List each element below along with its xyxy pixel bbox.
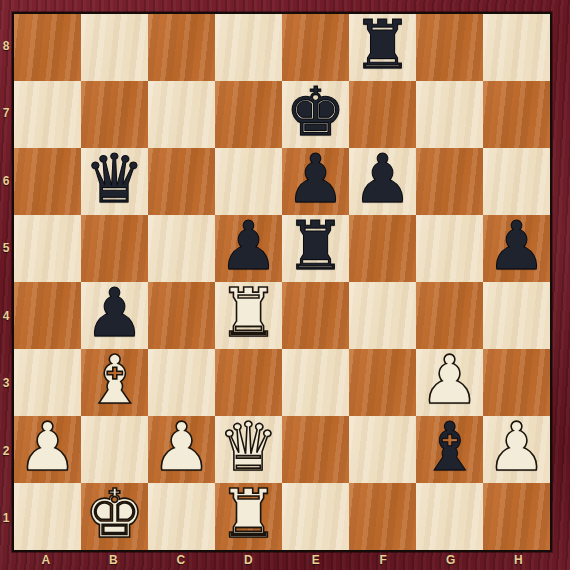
white-pawn-a2[interactable]: ♟ [17, 414, 77, 481]
square-h5[interactable]: ♟ [483, 215, 550, 282]
square-f7[interactable] [349, 81, 416, 148]
square-a3[interactable] [14, 349, 81, 416]
square-b5[interactable] [81, 215, 148, 282]
square-c6[interactable] [148, 148, 215, 215]
square-c1[interactable] [148, 483, 215, 550]
square-e3[interactable] [282, 349, 349, 416]
square-d7[interactable] [215, 81, 282, 148]
file-label-c: C [147, 550, 215, 570]
black-pawn-b4[interactable]: ♟ [84, 280, 144, 347]
square-g6[interactable] [416, 148, 483, 215]
square-f1[interactable] [349, 483, 416, 550]
square-d3[interactable] [215, 349, 282, 416]
rank-label-6: 6 [0, 147, 12, 215]
square-f4[interactable] [349, 282, 416, 349]
chess-board-frame: 87654321 ♜♚♛♟♟♟♜♟♟♜♝♟♟♟♛♝♟♚♜ ABCDEFGH [0, 0, 570, 570]
square-a8[interactable] [14, 14, 81, 81]
white-pawn-h2[interactable]: ♟ [486, 414, 546, 481]
square-b7[interactable] [81, 81, 148, 148]
rank-label-3: 3 [0, 350, 12, 418]
square-e1[interactable] [282, 483, 349, 550]
square-g2[interactable]: ♝ [416, 416, 483, 483]
square-d1[interactable]: ♜ [215, 483, 282, 550]
square-f3[interactable] [349, 349, 416, 416]
white-rook-d4[interactable]: ♜ [218, 280, 278, 347]
square-a7[interactable] [14, 81, 81, 148]
square-d8[interactable] [215, 14, 282, 81]
black-pawn-f6[interactable]: ♟ [352, 146, 412, 213]
square-e6[interactable]: ♟ [282, 148, 349, 215]
chess-board: ♜♚♛♟♟♟♜♟♟♜♝♟♟♟♛♝♟♚♜ [12, 12, 552, 552]
square-h2[interactable]: ♟ [483, 416, 550, 483]
black-king-e7[interactable]: ♚ [285, 79, 345, 146]
white-pawn-c2[interactable]: ♟ [151, 414, 211, 481]
square-c8[interactable] [148, 14, 215, 81]
file-label-h: H [485, 550, 553, 570]
square-g5[interactable] [416, 215, 483, 282]
square-a4[interactable] [14, 282, 81, 349]
square-b4[interactable]: ♟ [81, 282, 148, 349]
square-d6[interactable] [215, 148, 282, 215]
rank-label-4: 4 [0, 282, 12, 350]
file-labels: ABCDEFGH [12, 550, 552, 570]
square-e4[interactable] [282, 282, 349, 349]
black-pawn-h5[interactable]: ♟ [486, 213, 546, 280]
square-a5[interactable] [14, 215, 81, 282]
square-b8[interactable] [81, 14, 148, 81]
square-b6[interactable]: ♛ [81, 148, 148, 215]
square-c3[interactable] [148, 349, 215, 416]
square-e8[interactable] [282, 14, 349, 81]
black-pawn-e6[interactable]: ♟ [285, 146, 345, 213]
black-rook-e5[interactable]: ♜ [285, 213, 345, 280]
square-g4[interactable] [416, 282, 483, 349]
square-b1[interactable]: ♚ [81, 483, 148, 550]
black-queen-b6[interactable]: ♛ [84, 146, 144, 213]
white-rook-d1[interactable]: ♜ [218, 481, 278, 548]
square-e7[interactable]: ♚ [282, 81, 349, 148]
file-label-d: D [215, 550, 283, 570]
square-f8[interactable]: ♜ [349, 14, 416, 81]
square-g3[interactable]: ♟ [416, 349, 483, 416]
white-bishop-b3[interactable]: ♝ [84, 347, 144, 414]
square-c4[interactable] [148, 282, 215, 349]
file-label-a: A [12, 550, 80, 570]
rank-label-1: 1 [0, 485, 12, 553]
square-f2[interactable] [349, 416, 416, 483]
black-bishop-g2[interactable]: ♝ [419, 414, 479, 481]
square-d5[interactable]: ♟ [215, 215, 282, 282]
rank-label-8: 8 [0, 12, 12, 80]
rank-label-7: 7 [0, 80, 12, 148]
square-g8[interactable] [416, 14, 483, 81]
rank-label-5: 5 [0, 215, 12, 283]
white-pawn-g3[interactable]: ♟ [419, 347, 479, 414]
square-e2[interactable] [282, 416, 349, 483]
square-h4[interactable] [483, 282, 550, 349]
square-c7[interactable] [148, 81, 215, 148]
square-h1[interactable] [483, 483, 550, 550]
square-h7[interactable] [483, 81, 550, 148]
file-label-f: F [350, 550, 418, 570]
file-label-b: B [80, 550, 148, 570]
square-d4[interactable]: ♜ [215, 282, 282, 349]
square-f5[interactable] [349, 215, 416, 282]
square-d2[interactable]: ♛ [215, 416, 282, 483]
square-f6[interactable]: ♟ [349, 148, 416, 215]
square-c2[interactable]: ♟ [148, 416, 215, 483]
square-e5[interactable]: ♜ [282, 215, 349, 282]
square-g1[interactable] [416, 483, 483, 550]
rank-labels: 87654321 [0, 12, 12, 552]
square-h6[interactable] [483, 148, 550, 215]
white-king-b1[interactable]: ♚ [84, 481, 144, 548]
square-b3[interactable]: ♝ [81, 349, 148, 416]
square-h8[interactable] [483, 14, 550, 81]
square-a6[interactable] [14, 148, 81, 215]
square-g7[interactable] [416, 81, 483, 148]
file-label-g: G [417, 550, 485, 570]
square-c5[interactable] [148, 215, 215, 282]
rank-label-2: 2 [0, 417, 12, 485]
black-rook-f8[interactable]: ♜ [352, 12, 412, 79]
file-label-e: E [282, 550, 350, 570]
black-pawn-d5[interactable]: ♟ [218, 213, 278, 280]
square-a1[interactable] [14, 483, 81, 550]
square-h3[interactable] [483, 349, 550, 416]
square-b2[interactable] [81, 416, 148, 483]
white-queen-d2[interactable]: ♛ [218, 414, 278, 481]
square-a2[interactable]: ♟ [14, 416, 81, 483]
